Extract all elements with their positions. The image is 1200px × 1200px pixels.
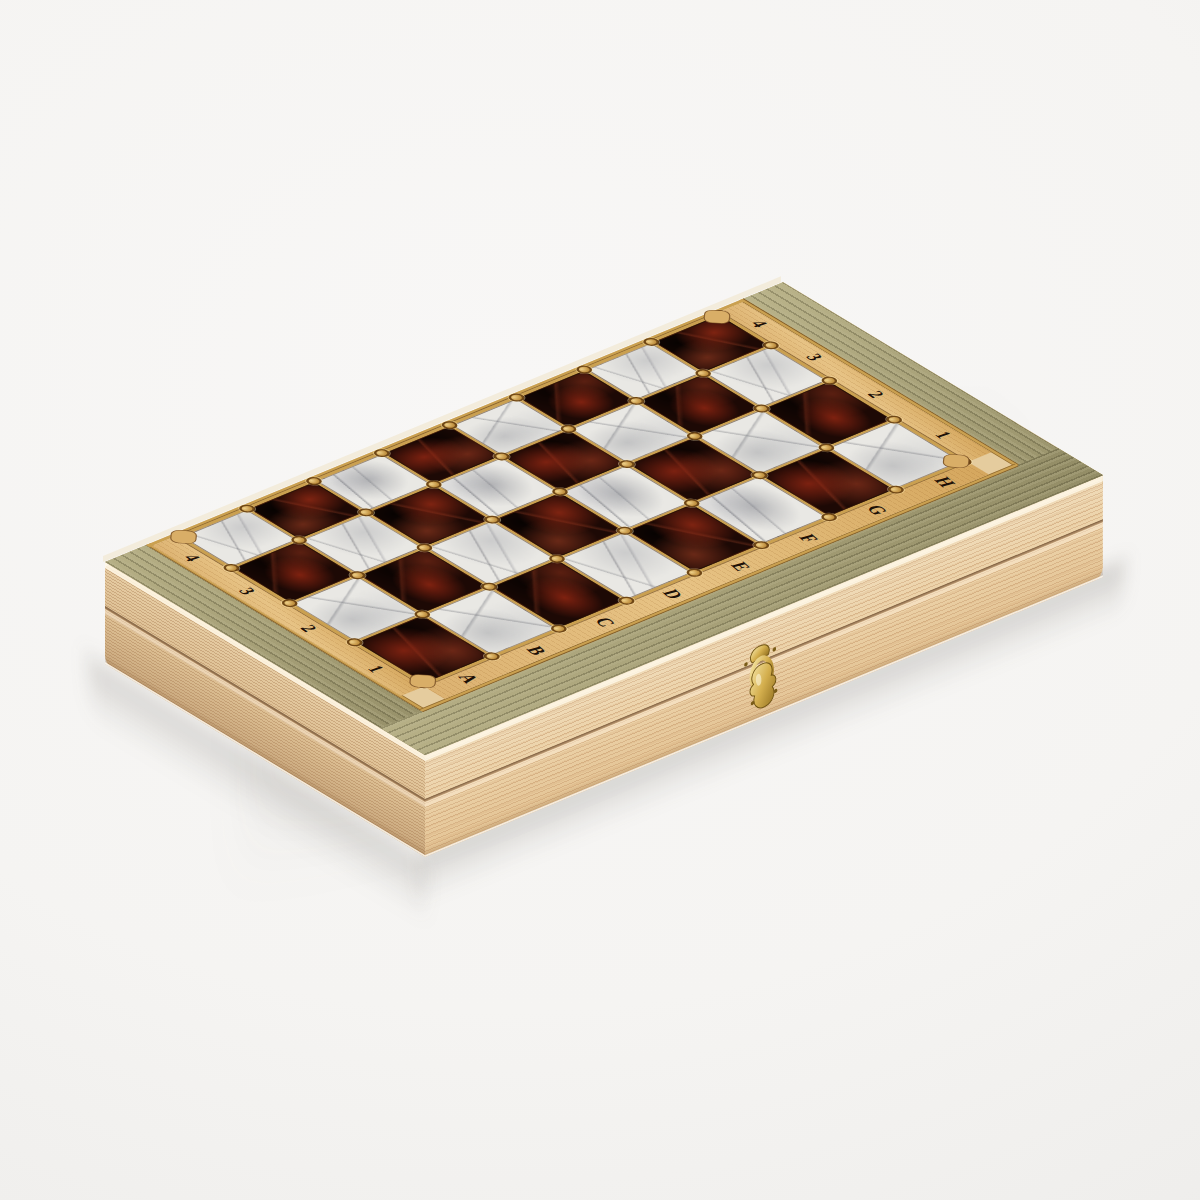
rank-label: 2 (862, 389, 889, 400)
rank-label: 1 (930, 429, 957, 440)
rank-label: 4 (746, 318, 773, 329)
corner-ornament (942, 454, 970, 469)
rank-label: 3 (801, 352, 828, 363)
corner-ornament (703, 309, 731, 324)
rank-label: 3 (233, 586, 260, 597)
corner-ornament (170, 529, 198, 544)
brass-clasp (736, 631, 789, 724)
rank-label: 4 (178, 552, 205, 563)
rank-label: 1 (362, 663, 389, 674)
corner-ornament (409, 674, 437, 689)
product-photo-stage: 4321 4321 ABCDEFGH (0, 0, 1200, 1200)
rank-label: 2 (295, 623, 322, 634)
